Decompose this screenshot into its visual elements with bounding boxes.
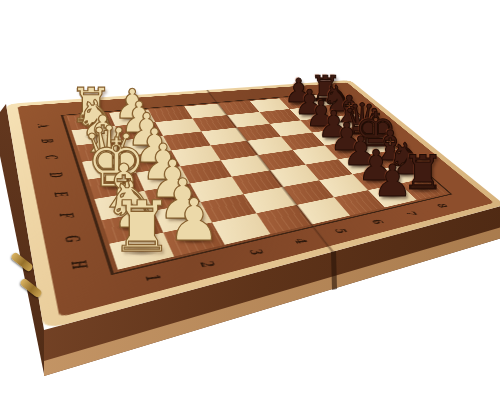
white-pawn-h2: ♟ [168,191,220,249]
white-rook-h1: ♜ [110,193,173,263]
black-pawn-h7: ♟ [373,159,413,203]
chess-set-photo: 12345678ABCDEFGH ♜♞♝♛♚♝♞♜♟♟♟♟♟♟♟♟♟♟♟♟♟♟♟… [0,0,500,400]
